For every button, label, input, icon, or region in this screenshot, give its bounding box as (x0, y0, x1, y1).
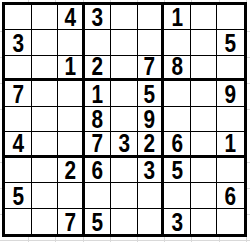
cell-r2c6[interactable] (138, 30, 165, 55)
cell-r4c3[interactable] (58, 81, 85, 106)
cell-r4c7[interactable] (164, 81, 191, 106)
cell-r3c8[interactable] (191, 56, 218, 81)
digit-glyph: 5 (225, 32, 237, 54)
cell-r7c4[interactable]: 6 (85, 158, 112, 183)
cell-r9c6[interactable] (138, 209, 165, 234)
cell-r1c2[interactable] (32, 5, 59, 30)
digit-glyph: 1 (225, 132, 237, 153)
cell-r7c1[interactable] (5, 158, 32, 183)
cell-r7c3[interactable]: 2 (58, 158, 85, 183)
cell-r9c1[interactable] (5, 209, 32, 234)
cell-r7c6[interactable]: 3 (138, 158, 165, 183)
cell-r6c2[interactable] (32, 132, 59, 157)
cell-r4c8[interactable] (191, 81, 218, 106)
cell-r6c4[interactable]: 7 (85, 132, 112, 157)
cell-r9c9[interactable] (217, 209, 244, 234)
cell-r1c9[interactable] (217, 5, 244, 30)
digit-glyph: 1 (64, 56, 76, 77)
digit-glyph: 3 (118, 132, 130, 153)
cell-r8c8[interactable] (191, 183, 218, 208)
cell-r8c2[interactable] (32, 183, 59, 208)
digit-glyph: 6 (171, 132, 183, 153)
cell-r6c5[interactable]: 3 (111, 132, 138, 157)
cell-r5c9[interactable] (217, 107, 244, 132)
cell-r6c1[interactable]: 4 (5, 132, 32, 157)
cell-r8c7[interactable] (164, 183, 191, 208)
digit-glyph: 5 (12, 185, 24, 207)
cell-r3c9[interactable] (217, 56, 244, 81)
cell-r4c1[interactable]: 7 (5, 81, 32, 106)
cell-r8c6[interactable] (138, 183, 165, 208)
cell-r2c4[interactable] (85, 30, 112, 55)
digit-glyph: 8 (92, 108, 104, 130)
cell-r1c3[interactable]: 4 (58, 5, 85, 30)
cell-r6c3[interactable] (58, 132, 85, 157)
cell-r3c5[interactable] (111, 56, 138, 81)
sudoku-board: 431351278715989473261263556753 (2, 2, 247, 237)
cell-r9c5[interactable] (111, 209, 138, 234)
cell-r9c7[interactable]: 3 (164, 209, 191, 234)
digit-glyph: 1 (171, 6, 183, 28)
cell-r8c9[interactable]: 6 (217, 183, 244, 208)
cell-r3c4[interactable]: 2 (85, 56, 112, 81)
cell-r9c2[interactable] (32, 209, 59, 234)
cell-r4c5[interactable] (111, 81, 138, 106)
digit-glyph: 7 (144, 56, 156, 77)
cell-r7c8[interactable] (191, 158, 218, 183)
cell-r5c2[interactable] (32, 107, 59, 132)
cell-r7c5[interactable] (111, 158, 138, 183)
cell-r2c1[interactable]: 3 (5, 30, 32, 55)
cell-r1c6[interactable] (138, 5, 165, 30)
cell-r8c4[interactable] (85, 183, 112, 208)
digit-glyph: 9 (144, 108, 156, 130)
cell-r3c6[interactable]: 7 (138, 56, 165, 81)
cell-r1c5[interactable] (111, 5, 138, 30)
cell-r7c9[interactable] (217, 158, 244, 183)
digit-glyph: 7 (92, 132, 104, 153)
cell-r2c3[interactable] (58, 30, 85, 55)
digit-glyph: 3 (12, 32, 24, 54)
digit-glyph: 5 (171, 159, 183, 181)
digit-glyph: 3 (144, 159, 156, 181)
cell-r3c2[interactable] (32, 56, 59, 81)
cell-r4c9[interactable]: 9 (217, 81, 244, 106)
cell-r2c2[interactable] (32, 30, 59, 55)
cell-r6c6[interactable]: 2 (138, 132, 165, 157)
cell-r5c6[interactable]: 9 (138, 107, 165, 132)
digit-glyph: 5 (92, 211, 104, 233)
digit-glyph: 3 (171, 211, 183, 233)
cell-r5c3[interactable] (58, 107, 85, 132)
cell-r5c8[interactable] (191, 107, 218, 132)
digit-glyph: 4 (12, 132, 24, 153)
digit-glyph: 2 (92, 56, 104, 77)
cell-r3c7[interactable]: 8 (164, 56, 191, 81)
digit-glyph: 2 (144, 132, 156, 153)
digit-glyph: 8 (171, 56, 183, 77)
digit-glyph: 7 (64, 211, 76, 233)
cell-r1c7[interactable]: 1 (164, 5, 191, 30)
digit-glyph: 9 (225, 83, 237, 105)
cell-r5c1[interactable] (5, 107, 32, 132)
digit-glyph: 2 (64, 159, 76, 181)
cell-r9c4[interactable]: 5 (85, 209, 112, 234)
spreadsheet-sheet: 431351278715989473261263556753 (0, 0, 250, 242)
cell-r8c3[interactable] (58, 183, 85, 208)
digit-glyph: 1 (92, 83, 104, 105)
cell-r3c1[interactable] (5, 56, 32, 81)
cell-r4c2[interactable] (32, 81, 59, 106)
cell-r1c1[interactable] (5, 5, 32, 30)
cell-r9c3[interactable]: 7 (58, 209, 85, 234)
cell-r2c7[interactable] (164, 30, 191, 55)
digit-glyph: 4 (64, 6, 76, 28)
cell-r2c9[interactable]: 5 (217, 30, 244, 55)
cell-r7c7[interactable]: 5 (164, 158, 191, 183)
cell-r5c7[interactable] (164, 107, 191, 132)
cell-r8c5[interactable] (111, 183, 138, 208)
cell-r4c4[interactable]: 1 (85, 81, 112, 106)
cell-r6c9[interactable]: 1 (217, 132, 244, 157)
cell-r6c8[interactable] (191, 132, 218, 157)
cell-r8c1[interactable]: 5 (5, 183, 32, 208)
cell-r3c3[interactable]: 1 (58, 56, 85, 81)
digit-glyph: 3 (92, 6, 104, 28)
cell-r2c5[interactable] (111, 30, 138, 55)
cell-r9c8[interactable] (191, 209, 218, 234)
cell-r5c5[interactable] (111, 107, 138, 132)
digit-glyph: 7 (12, 83, 24, 105)
cell-r4c6[interactable]: 5 (138, 81, 165, 106)
cell-r2c8[interactable] (191, 30, 218, 55)
digit-glyph: 6 (92, 159, 104, 181)
cell-r5c4[interactable]: 8 (85, 107, 112, 132)
digit-glyph: 5 (144, 83, 156, 105)
cell-r1c4[interactable]: 3 (85, 5, 112, 30)
cell-r7c2[interactable] (32, 158, 59, 183)
cell-r6c7[interactable]: 6 (164, 132, 191, 157)
cell-r1c8[interactable] (191, 5, 218, 30)
digit-glyph: 6 (225, 185, 237, 207)
